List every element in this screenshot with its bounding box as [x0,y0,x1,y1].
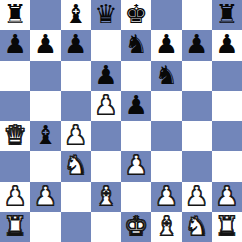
piece-white-rook[interactable]: ♜ [3,213,26,239]
square-g8[interactable] [182,0,212,30]
square-e8[interactable]: ♚ [121,0,151,30]
square-h3[interactable] [212,151,242,181]
square-d7[interactable] [91,30,121,60]
square-c1[interactable] [61,212,91,242]
piece-white-pawn[interactable]: ♟ [34,183,57,209]
square-b2[interactable]: ♟ [30,182,60,212]
piece-white-pawn[interactable]: ♟ [124,152,147,178]
square-e3[interactable]: ♟ [121,151,151,181]
square-f7[interactable]: ♟ [151,30,181,60]
piece-white-queen[interactable]: ♛ [3,122,26,148]
piece-black-pawn[interactable]: ♟ [215,31,238,57]
square-g7[interactable]: ♟ [182,30,212,60]
square-c5[interactable] [61,91,91,121]
square-c8[interactable]: ♝ [61,0,91,30]
square-a6[interactable] [0,61,30,91]
piece-black-queen[interactable]: ♛ [94,1,117,27]
piece-white-pawn[interactable]: ♟ [215,183,238,209]
square-b6[interactable] [30,61,60,91]
square-f1[interactable]: ♝ [151,212,181,242]
square-d8[interactable]: ♛ [91,0,121,30]
square-g2[interactable]: ♟ [182,182,212,212]
square-c6[interactable] [61,61,91,91]
piece-black-knight[interactable]: ♞ [124,31,147,57]
square-f4[interactable] [151,121,181,151]
piece-black-pawn[interactable]: ♟ [3,31,26,57]
square-c3[interactable]: ♞ [61,151,91,181]
square-e4[interactable] [121,121,151,151]
piece-black-knight[interactable]: ♞ [155,62,178,88]
square-d2[interactable]: ♝ [91,182,121,212]
square-b4[interactable]: ♝ [30,121,60,151]
piece-white-pawn[interactable]: ♟ [3,183,26,209]
square-c7[interactable]: ♟ [61,30,91,60]
square-g1[interactable]: ♞ [182,212,212,242]
piece-black-king[interactable]: ♚ [124,1,147,27]
square-h5[interactable] [212,91,242,121]
square-b3[interactable] [30,151,60,181]
piece-white-pawn[interactable]: ♟ [155,183,178,209]
square-b7[interactable]: ♟ [30,30,60,60]
piece-white-pawn[interactable]: ♟ [185,183,208,209]
piece-black-rook[interactable]: ♜ [3,1,26,27]
square-b1[interactable] [30,212,60,242]
square-a4[interactable]: ♛ [0,121,30,151]
piece-black-pawn[interactable]: ♟ [94,62,117,88]
piece-black-rook[interactable]: ♜ [215,1,238,27]
piece-black-bishop[interactable]: ♝ [64,1,87,27]
square-h2[interactable]: ♟ [212,182,242,212]
square-f6[interactable]: ♞ [151,61,181,91]
piece-black-pawn[interactable]: ♟ [124,92,147,118]
square-h8[interactable]: ♜ [212,0,242,30]
square-h4[interactable] [212,121,242,151]
piece-white-knight[interactable]: ♞ [64,152,87,178]
square-g5[interactable] [182,91,212,121]
square-e7[interactable]: ♞ [121,30,151,60]
square-a7[interactable]: ♟ [0,30,30,60]
piece-white-pawn[interactable]: ♟ [94,92,117,118]
square-c2[interactable] [61,182,91,212]
square-a2[interactable]: ♟ [0,182,30,212]
piece-white-pawn[interactable]: ♟ [64,122,87,148]
square-g6[interactable] [182,61,212,91]
square-a3[interactable] [0,151,30,181]
square-d6[interactable]: ♟ [91,61,121,91]
square-b8[interactable] [30,0,60,30]
square-g4[interactable] [182,121,212,151]
square-a5[interactable] [0,91,30,121]
square-f2[interactable]: ♟ [151,182,181,212]
square-f5[interactable] [151,91,181,121]
piece-white-bishop[interactable]: ♝ [94,183,117,209]
square-e6[interactable] [121,61,151,91]
square-e1[interactable]: ♚ [121,212,151,242]
square-a1[interactable]: ♜ [0,212,30,242]
piece-white-rook[interactable]: ♜ [215,213,238,239]
square-h7[interactable]: ♟ [212,30,242,60]
piece-black-pawn[interactable]: ♟ [34,31,57,57]
piece-black-bishop[interactable]: ♝ [34,122,57,148]
square-d3[interactable] [91,151,121,181]
square-h6[interactable] [212,61,242,91]
square-a8[interactable]: ♜ [0,0,30,30]
piece-black-pawn[interactable]: ♟ [155,31,178,57]
square-b5[interactable] [30,91,60,121]
square-f8[interactable] [151,0,181,30]
piece-black-pawn[interactable]: ♟ [185,31,208,57]
square-h1[interactable]: ♜ [212,212,242,242]
piece-white-king[interactable]: ♚ [124,213,147,239]
piece-black-pawn[interactable]: ♟ [64,31,87,57]
square-g3[interactable] [182,151,212,181]
square-d4[interactable] [91,121,121,151]
chess-board: ♜♝♛♚♜♟♟♟♞♟♟♟♟♞♟♟♛♝♟♞♟♟♟♝♟♟♟♜♚♝♞♜ [0,0,242,242]
piece-white-bishop[interactable]: ♝ [155,213,178,239]
piece-white-knight[interactable]: ♞ [185,213,208,239]
square-f3[interactable] [151,151,181,181]
square-e2[interactable] [121,182,151,212]
square-e5[interactable]: ♟ [121,91,151,121]
square-d5[interactable]: ♟ [91,91,121,121]
square-d1[interactable] [91,212,121,242]
square-c4[interactable]: ♟ [61,121,91,151]
